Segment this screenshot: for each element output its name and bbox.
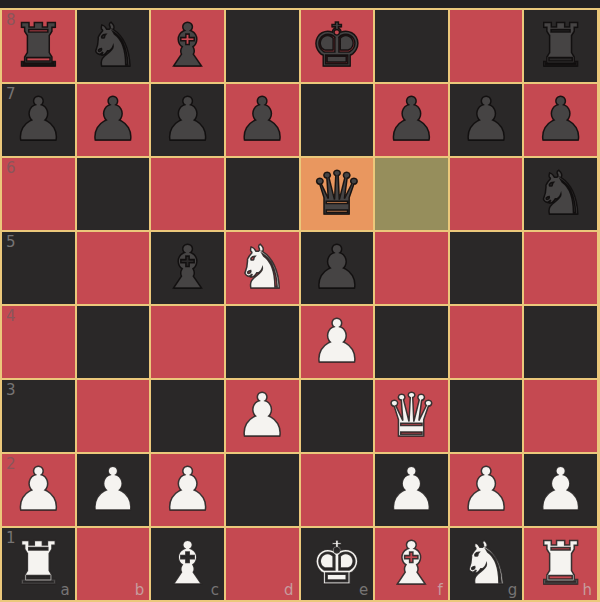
piece-white-bishop[interactable]: ♝ (161, 533, 215, 593)
square-d1[interactable]: d (226, 528, 299, 600)
square-h7[interactable]: ♟ (524, 84, 597, 156)
square-h8[interactable]: ♜ (524, 10, 597, 82)
square-e6[interactable]: ♛ (301, 158, 374, 230)
square-f2[interactable]: ♟ (375, 454, 448, 526)
square-g6[interactable] (450, 158, 523, 230)
piece-white-bishop[interactable]: ♝ (385, 533, 439, 593)
square-b6[interactable] (77, 158, 150, 230)
square-b2[interactable]: ♟ (77, 454, 150, 526)
square-e1[interactable]: e♚ (301, 528, 374, 600)
square-d2[interactable] (226, 454, 299, 526)
square-h6[interactable]: ♞ (524, 158, 597, 230)
square-e5[interactable]: ♟ (301, 232, 374, 304)
square-g3[interactable] (450, 380, 523, 452)
square-e3[interactable] (301, 380, 374, 452)
square-e2[interactable] (301, 454, 374, 526)
square-a1[interactable]: 1a♜ (2, 528, 75, 600)
square-b5[interactable] (77, 232, 150, 304)
piece-white-pawn[interactable]: ♟ (310, 311, 364, 371)
square-e7[interactable] (301, 84, 374, 156)
piece-black-pawn[interactable]: ♟ (235, 89, 289, 149)
piece-black-pawn[interactable]: ♟ (459, 89, 513, 149)
piece-white-queen[interactable]: ♛ (385, 385, 439, 445)
piece-white-pawn[interactable]: ♟ (11, 459, 65, 519)
square-f4[interactable] (375, 306, 448, 378)
square-f6[interactable] (375, 158, 448, 230)
piece-black-pawn[interactable]: ♟ (534, 89, 588, 149)
top-bar (0, 0, 600, 8)
square-a6[interactable]: 6 (2, 158, 75, 230)
piece-black-knight[interactable]: ♞ (86, 15, 140, 75)
square-e8[interactable]: ♚ (301, 10, 374, 82)
square-c6[interactable] (151, 158, 224, 230)
piece-white-pawn[interactable]: ♟ (459, 459, 513, 519)
piece-black-pawn[interactable]: ♟ (11, 89, 65, 149)
square-d6[interactable] (226, 158, 299, 230)
square-g5[interactable] (450, 232, 523, 304)
piece-black-pawn[interactable]: ♟ (385, 89, 439, 149)
square-h1[interactable]: h♜ (524, 528, 597, 600)
square-c2[interactable]: ♟ (151, 454, 224, 526)
rank-label-6: 6 (6, 161, 16, 176)
square-b8[interactable]: ♞ (77, 10, 150, 82)
square-f5[interactable] (375, 232, 448, 304)
piece-white-rook[interactable]: ♜ (534, 533, 588, 593)
file-label-b: b (135, 583, 145, 598)
square-c7[interactable]: ♟ (151, 84, 224, 156)
square-a4[interactable]: 4 (2, 306, 75, 378)
square-g8[interactable] (450, 10, 523, 82)
square-a8[interactable]: 8♜ (2, 10, 75, 82)
square-g4[interactable] (450, 306, 523, 378)
piece-black-king[interactable]: ♚ (310, 15, 364, 75)
square-a2[interactable]: 2♟ (2, 454, 75, 526)
square-e4[interactable]: ♟ (301, 306, 374, 378)
square-a5[interactable]: 5 (2, 232, 75, 304)
square-f3[interactable]: ♛ (375, 380, 448, 452)
square-c8[interactable]: ♝ (151, 10, 224, 82)
square-c3[interactable] (151, 380, 224, 452)
square-h3[interactable] (524, 380, 597, 452)
square-b7[interactable]: ♟ (77, 84, 150, 156)
piece-white-pawn[interactable]: ♟ (235, 385, 289, 445)
chess-board: 8♜♞♝♚♜7♟♟♟♟♟♟♟6♛♞5♝♞♟4♟3♟♛2♟♟♟♟♟♟1a♜bc♝d… (0, 8, 600, 602)
piece-white-pawn[interactable]: ♟ (86, 459, 140, 519)
piece-black-knight[interactable]: ♞ (534, 163, 588, 223)
piece-black-rook[interactable]: ♜ (11, 15, 65, 75)
file-label-d: d (284, 583, 294, 598)
square-a3[interactable]: 3 (2, 380, 75, 452)
piece-black-bishop[interactable]: ♝ (161, 237, 215, 297)
square-b4[interactable] (77, 306, 150, 378)
square-c1[interactable]: c♝ (151, 528, 224, 600)
square-f8[interactable] (375, 10, 448, 82)
piece-black-bishop[interactable]: ♝ (161, 15, 215, 75)
square-d5[interactable]: ♞ (226, 232, 299, 304)
square-f1[interactable]: f♝ (375, 528, 448, 600)
square-b3[interactable] (77, 380, 150, 452)
piece-black-queen[interactable]: ♛ (310, 163, 364, 223)
square-d8[interactable] (226, 10, 299, 82)
square-h4[interactable] (524, 306, 597, 378)
square-c4[interactable] (151, 306, 224, 378)
piece-white-pawn[interactable]: ♟ (534, 459, 588, 519)
piece-black-pawn[interactable]: ♟ (310, 237, 364, 297)
piece-white-pawn[interactable]: ♟ (161, 459, 215, 519)
piece-black-pawn[interactable]: ♟ (86, 89, 140, 149)
square-g2[interactable]: ♟ (450, 454, 523, 526)
square-d3[interactable]: ♟ (226, 380, 299, 452)
square-b1[interactable]: b (77, 528, 150, 600)
square-h2[interactable]: ♟ (524, 454, 597, 526)
rank-label-4: 4 (6, 309, 16, 324)
piece-white-king[interactable]: ♚ (310, 533, 364, 593)
piece-white-knight[interactable]: ♞ (235, 237, 289, 297)
square-h5[interactable] (524, 232, 597, 304)
square-f7[interactable]: ♟ (375, 84, 448, 156)
square-d4[interactable] (226, 306, 299, 378)
square-c5[interactable]: ♝ (151, 232, 224, 304)
piece-black-rook[interactable]: ♜ (534, 15, 588, 75)
piece-white-knight[interactable]: ♞ (459, 533, 513, 593)
rank-label-5: 5 (6, 235, 16, 250)
rank-label-3: 3 (6, 383, 16, 398)
square-a7[interactable]: 7♟ (2, 84, 75, 156)
square-g1[interactable]: g♞ (450, 528, 523, 600)
piece-black-pawn[interactable]: ♟ (161, 89, 215, 149)
piece-white-pawn[interactable]: ♟ (385, 459, 439, 519)
square-d7[interactable]: ♟ (226, 84, 299, 156)
piece-white-rook[interactable]: ♜ (11, 533, 65, 593)
square-g7[interactable]: ♟ (450, 84, 523, 156)
